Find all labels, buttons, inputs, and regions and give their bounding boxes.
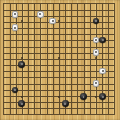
white-stone bbox=[93, 80, 100, 87]
go-board[interactable] bbox=[0, 0, 120, 120]
star-point bbox=[21, 57, 23, 59]
white-stone bbox=[93, 49, 100, 56]
black-stone bbox=[99, 37, 106, 44]
black-stone bbox=[99, 93, 106, 100]
star-point bbox=[58, 20, 60, 22]
white-stone bbox=[99, 68, 106, 75]
black-stone bbox=[80, 93, 87, 100]
black-stone bbox=[93, 18, 100, 25]
white-stone bbox=[49, 18, 56, 25]
white-stone bbox=[93, 37, 100, 44]
star-point bbox=[58, 96, 60, 98]
star-point bbox=[95, 96, 97, 98]
star-point bbox=[21, 20, 23, 22]
black-stone bbox=[62, 100, 69, 107]
star-point bbox=[58, 57, 60, 59]
white-stone bbox=[12, 24, 19, 31]
white-stone bbox=[12, 11, 19, 18]
black-stone bbox=[12, 87, 19, 94]
board-intersections bbox=[0, 0, 117, 117]
star-point bbox=[95, 57, 97, 59]
star-point bbox=[21, 96, 23, 98]
black-stone bbox=[18, 61, 25, 68]
black-stone bbox=[18, 100, 25, 107]
white-stone bbox=[37, 11, 44, 18]
